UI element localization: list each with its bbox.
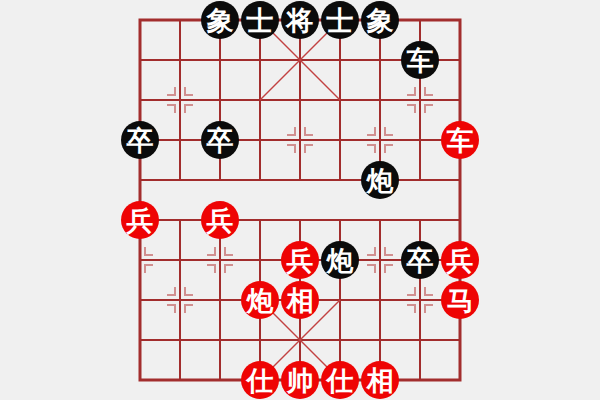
piece-red-pawn[interactable]: 兵: [281, 241, 319, 279]
piece-black-advisor[interactable]: 士: [321, 1, 359, 39]
xiangqi-app: 象士将士象车卒卒车炮兵兵兵炮卒兵炮相马仕帅仕相: [0, 0, 600, 400]
piece-black-cannon[interactable]: 炮: [321, 241, 359, 279]
piece-black-general[interactable]: 将: [281, 1, 319, 39]
piece-red-advisor[interactable]: 仕: [321, 361, 359, 399]
pieces-layer: 象士将士象车卒卒车炮兵兵兵炮卒兵炮相马仕帅仕相: [120, 0, 480, 400]
piece-black-cannon[interactable]: 炮: [361, 161, 399, 199]
piece-red-advisor[interactable]: 仕: [241, 361, 279, 399]
piece-red-king[interactable]: 帅: [281, 361, 319, 399]
piece-black-pawn[interactable]: 卒: [401, 241, 439, 279]
piece-red-horse[interactable]: 马: [441, 281, 479, 319]
piece-black-rook[interactable]: 车: [401, 41, 439, 79]
piece-red-cannon[interactable]: 炮: [241, 281, 279, 319]
piece-red-pawn[interactable]: 兵: [441, 241, 479, 279]
piece-black-advisor[interactable]: 士: [241, 1, 279, 39]
piece-red-elephant[interactable]: 相: [361, 361, 399, 399]
piece-red-rook[interactable]: 车: [441, 121, 479, 159]
piece-black-elephant[interactable]: 象: [361, 1, 399, 39]
piece-black-elephant[interactable]: 象: [201, 1, 239, 39]
piece-black-pawn[interactable]: 卒: [121, 121, 159, 159]
piece-red-pawn[interactable]: 兵: [201, 201, 239, 239]
piece-red-elephant[interactable]: 相: [281, 281, 319, 319]
piece-red-pawn[interactable]: 兵: [121, 201, 159, 239]
piece-black-pawn[interactable]: 卒: [201, 121, 239, 159]
